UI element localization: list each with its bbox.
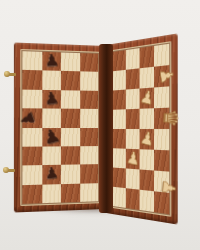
board-half-right: ♟♟♛♟♟♟: [106, 33, 178, 224]
clasp-stem-icon: [8, 169, 15, 172]
dark-pawn-magnetic-piece: ♟: [17, 110, 38, 130]
dark-pawn-magnetic-piece: ♟: [44, 166, 59, 183]
light-pawn-magnetic-piece: ♟: [125, 149, 140, 168]
clasp-knob-icon: [3, 167, 9, 173]
dark-pawn-magnetic-piece: ♟: [43, 52, 59, 69]
dark-pawn-magnetic-piece: ♟: [41, 125, 62, 147]
light-queen-magnetic-piece: ♛: [160, 108, 179, 126]
product-photo-scene: ♟♟♟♟♟ ♟♟♛♟♟♟: [0, 0, 200, 250]
light-pawn-magnetic-piece: ♟: [138, 129, 155, 149]
pieces-layer-right: ♟♟♛♟♟♟: [113, 44, 170, 215]
light-pawn-magnetic-piece: ♟: [156, 65, 175, 85]
clasp-knob-icon: [4, 71, 10, 77]
brass-clasp-top: [4, 71, 16, 78]
board-half-left: ♟♟♟♟♟: [14, 43, 106, 213]
pieces-layer-left: ♟♟♟♟♟: [22, 51, 98, 204]
hinge-fold: [99, 44, 113, 213]
light-pawn-magnetic-piece: ♟: [138, 88, 155, 108]
dark-pawn-magnetic-piece: ♟: [43, 90, 60, 108]
playing-surface-right: ♟♟♛♟♟♟: [111, 41, 171, 217]
brass-clasp-bottom: [3, 167, 15, 174]
playing-surface-left: ♟♟♟♟♟: [20, 49, 100, 206]
clasp-stem-icon: [9, 73, 16, 76]
light-pawn-magnetic-piece: ♟: [159, 178, 177, 197]
